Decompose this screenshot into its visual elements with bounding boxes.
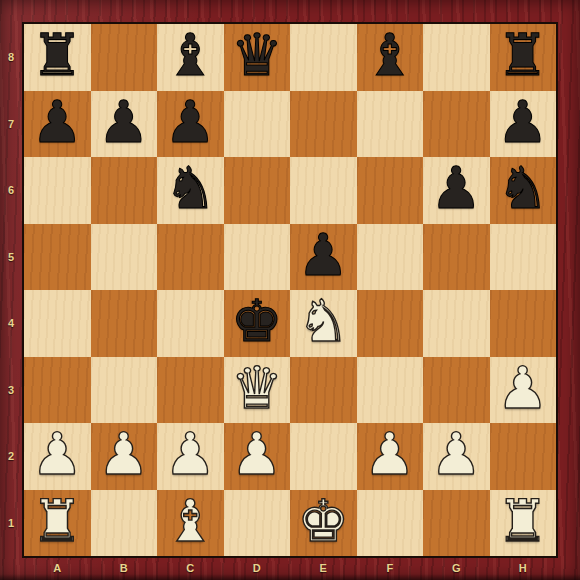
square-d7[interactable] xyxy=(224,91,291,158)
piece-white-bishop[interactable]: ♝ xyxy=(157,490,224,557)
square-e1[interactable]: ♚ xyxy=(290,490,357,557)
square-b8[interactable] xyxy=(91,24,158,91)
piece-black-pawn[interactable]: ♟ xyxy=(490,91,557,158)
square-h6[interactable]: ♞ xyxy=(490,157,557,224)
square-g7[interactable] xyxy=(423,91,490,158)
square-g6[interactable]: ♟ xyxy=(423,157,490,224)
square-d8[interactable]: ♛ xyxy=(224,24,291,91)
square-d1[interactable] xyxy=(224,490,291,557)
square-a1[interactable]: ♜ xyxy=(24,490,91,557)
piece-white-rook[interactable]: ♜ xyxy=(24,490,91,557)
piece-black-pawn[interactable]: ♟ xyxy=(24,91,91,158)
square-e2[interactable] xyxy=(290,423,357,490)
file-label-g: G xyxy=(423,558,490,578)
square-f4[interactable] xyxy=(357,290,424,357)
piece-white-pawn[interactable]: ♟ xyxy=(91,423,158,490)
square-c5[interactable] xyxy=(157,224,224,291)
square-b7[interactable]: ♟ xyxy=(91,91,158,158)
square-e4[interactable]: ♞ xyxy=(290,290,357,357)
square-f2[interactable]: ♟ xyxy=(357,423,424,490)
piece-white-pawn[interactable]: ♟ xyxy=(157,423,224,490)
piece-white-king[interactable]: ♚ xyxy=(290,490,357,557)
piece-white-pawn[interactable]: ♟ xyxy=(24,423,91,490)
square-h2[interactable] xyxy=(490,423,557,490)
piece-white-pawn[interactable]: ♟ xyxy=(423,423,490,490)
square-c6[interactable]: ♞ xyxy=(157,157,224,224)
square-f3[interactable] xyxy=(357,357,424,424)
rank-label-8: 8 xyxy=(0,24,22,91)
square-b1[interactable] xyxy=(91,490,158,557)
square-a5[interactable] xyxy=(24,224,91,291)
piece-black-knight[interactable]: ♞ xyxy=(490,157,557,224)
square-d5[interactable] xyxy=(224,224,291,291)
piece-white-rook[interactable]: ♜ xyxy=(490,490,557,557)
square-g5[interactable] xyxy=(423,224,490,291)
file-label-h: H xyxy=(490,558,557,578)
rank-labels: 87654321 xyxy=(0,24,22,556)
board: ♜♝♛♝♜♟♟♟♟♞♟♞♟♚♞♛♟♟♟♟♟♟♟♜♝♚♜ xyxy=(24,24,556,556)
piece-black-queen[interactable]: ♛ xyxy=(224,24,291,91)
file-label-f: F xyxy=(357,558,424,578)
square-b3[interactable] xyxy=(91,357,158,424)
square-b5[interactable] xyxy=(91,224,158,291)
square-h5[interactable] xyxy=(490,224,557,291)
square-e5[interactable]: ♟ xyxy=(290,224,357,291)
rank-label-5: 5 xyxy=(0,224,22,291)
square-g8[interactable] xyxy=(423,24,490,91)
piece-white-pawn[interactable]: ♟ xyxy=(490,357,557,424)
square-f1[interactable] xyxy=(357,490,424,557)
square-c1[interactable]: ♝ xyxy=(157,490,224,557)
square-a3[interactable] xyxy=(24,357,91,424)
square-a4[interactable] xyxy=(24,290,91,357)
square-d6[interactable] xyxy=(224,157,291,224)
board-border: ♜♝♛♝♜♟♟♟♟♞♟♞♟♚♞♛♟♟♟♟♟♟♟♜♝♚♜ xyxy=(22,22,558,558)
square-f6[interactable] xyxy=(357,157,424,224)
square-e3[interactable] xyxy=(290,357,357,424)
rank-label-6: 6 xyxy=(0,157,22,224)
piece-white-queen[interactable]: ♛ xyxy=(224,357,291,424)
piece-black-bishop[interactable]: ♝ xyxy=(357,24,424,91)
rank-label-1: 1 xyxy=(0,490,22,557)
file-label-e: E xyxy=(290,558,357,578)
square-f7[interactable] xyxy=(357,91,424,158)
piece-black-pawn[interactable]: ♟ xyxy=(91,91,158,158)
file-label-c: C xyxy=(157,558,224,578)
piece-black-pawn[interactable]: ♟ xyxy=(157,91,224,158)
square-h3[interactable]: ♟ xyxy=(490,357,557,424)
file-labels: ABCDEFGH xyxy=(24,558,556,578)
square-c7[interactable]: ♟ xyxy=(157,91,224,158)
piece-black-king[interactable]: ♚ xyxy=(224,290,291,357)
piece-black-knight[interactable]: ♞ xyxy=(157,157,224,224)
square-a7[interactable]: ♟ xyxy=(24,91,91,158)
file-label-a: A xyxy=(24,558,91,578)
file-label-d: D xyxy=(224,558,291,578)
square-b4[interactable] xyxy=(91,290,158,357)
square-f8[interactable]: ♝ xyxy=(357,24,424,91)
square-b6[interactable] xyxy=(91,157,158,224)
piece-white-pawn[interactable]: ♟ xyxy=(224,423,291,490)
piece-black-pawn[interactable]: ♟ xyxy=(423,157,490,224)
square-d3[interactable]: ♛ xyxy=(224,357,291,424)
square-a8[interactable]: ♜ xyxy=(24,24,91,91)
square-c4[interactable] xyxy=(157,290,224,357)
square-b2[interactable]: ♟ xyxy=(91,423,158,490)
square-e6[interactable] xyxy=(290,157,357,224)
piece-black-pawn[interactable]: ♟ xyxy=(290,224,357,291)
square-h4[interactable] xyxy=(490,290,557,357)
piece-white-knight[interactable]: ♞ xyxy=(290,290,357,357)
square-a6[interactable] xyxy=(24,157,91,224)
square-g1[interactable] xyxy=(423,490,490,557)
rank-label-2: 2 xyxy=(0,423,22,490)
square-e8[interactable] xyxy=(290,24,357,91)
piece-white-pawn[interactable]: ♟ xyxy=(357,423,424,490)
piece-black-bishop[interactable]: ♝ xyxy=(157,24,224,91)
rank-label-7: 7 xyxy=(0,91,22,158)
square-f5[interactable] xyxy=(357,224,424,291)
square-g2[interactable]: ♟ xyxy=(423,423,490,490)
square-h7[interactable]: ♟ xyxy=(490,91,557,158)
square-g4[interactable] xyxy=(423,290,490,357)
file-label-b: B xyxy=(91,558,158,578)
square-c3[interactable] xyxy=(157,357,224,424)
square-e7[interactable] xyxy=(290,91,357,158)
piece-black-rook[interactable]: ♜ xyxy=(490,24,557,91)
square-g3[interactable] xyxy=(423,357,490,424)
square-d2[interactable]: ♟ xyxy=(224,423,291,490)
square-h8[interactable]: ♜ xyxy=(490,24,557,91)
square-c8[interactable]: ♝ xyxy=(157,24,224,91)
square-d4[interactable]: ♚ xyxy=(224,290,291,357)
chessboard-frame: 87654321 ABCDEFGH ♜♝♛♝♜♟♟♟♟♞♟♞♟♚♞♛♟♟♟♟♟♟… xyxy=(0,0,580,580)
piece-black-rook[interactable]: ♜ xyxy=(24,24,91,91)
square-c2[interactable]: ♟ xyxy=(157,423,224,490)
rank-label-4: 4 xyxy=(0,290,22,357)
square-h1[interactable]: ♜ xyxy=(490,490,557,557)
square-a2[interactable]: ♟ xyxy=(24,423,91,490)
rank-label-3: 3 xyxy=(0,357,22,424)
